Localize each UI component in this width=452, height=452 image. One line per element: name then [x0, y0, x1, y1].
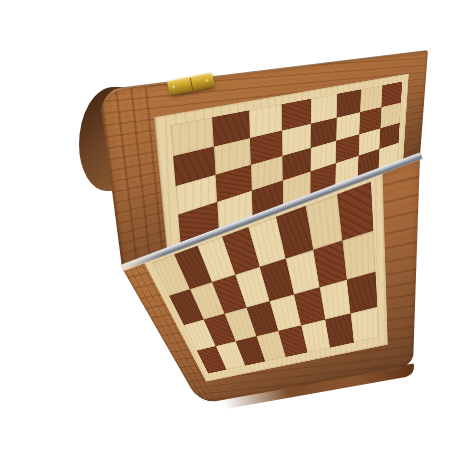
wood-frame-upper-left-band [99, 85, 167, 268]
product-photo-stage [0, 0, 452, 452]
square-h1 [351, 307, 379, 343]
square-g1 [325, 313, 354, 347]
